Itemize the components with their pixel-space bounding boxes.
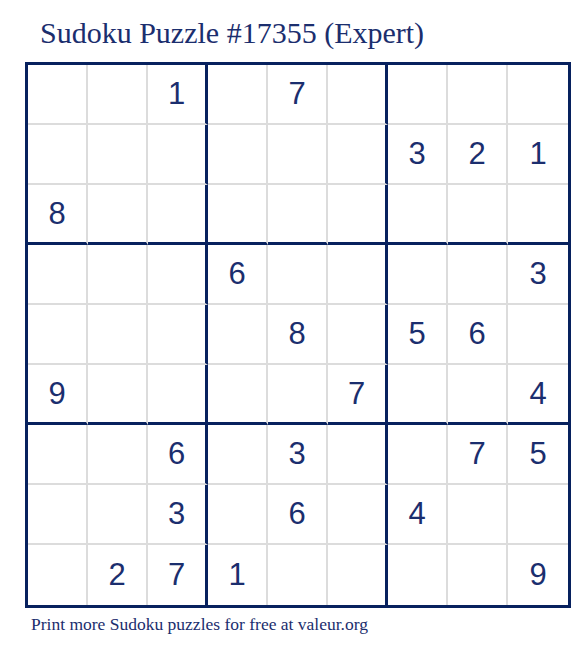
sudoku-cell: [88, 185, 148, 245]
sudoku-cell: [508, 305, 568, 365]
sudoku-cell: [88, 485, 148, 545]
sudoku-cell: 6: [208, 245, 268, 305]
sudoku-cell: 5: [388, 305, 448, 365]
sudoku-cell: [148, 125, 208, 185]
sudoku-cell: 8: [268, 305, 328, 365]
sudoku-cell: 1: [508, 125, 568, 185]
sudoku-cell: [28, 245, 88, 305]
sudoku-cell: 6: [448, 305, 508, 365]
sudoku-cell: [328, 185, 388, 245]
sudoku-cell: [268, 245, 328, 305]
sudoku-cell: [448, 545, 508, 605]
sudoku-cell: [268, 365, 328, 425]
sudoku-cell: [88, 425, 148, 485]
sudoku-cell: 3: [508, 245, 568, 305]
sudoku-cell: [268, 125, 328, 185]
sudoku-cell: 9: [508, 545, 568, 605]
sudoku-cell: 7: [268, 65, 328, 125]
sudoku-cell: [448, 245, 508, 305]
sudoku-cell: [388, 245, 448, 305]
sudoku-cell: [208, 65, 268, 125]
sudoku-cell: [208, 365, 268, 425]
sudoku-cell: 9: [28, 365, 88, 425]
sudoku-cell: [148, 245, 208, 305]
sudoku-cell: 5: [508, 425, 568, 485]
sudoku-cell: 7: [148, 545, 208, 605]
sudoku-cell: 7: [328, 365, 388, 425]
sudoku-cell: [328, 245, 388, 305]
sudoku-cell: [28, 545, 88, 605]
puzzle-title: Sudoku Puzzle #17355 (Expert): [40, 16, 424, 49]
sudoku-cell: [388, 365, 448, 425]
sudoku-cell: [388, 65, 448, 125]
sudoku-cell: [148, 305, 208, 365]
sudoku-cell: [88, 245, 148, 305]
sudoku-cell: [388, 545, 448, 605]
sudoku-cell: [328, 65, 388, 125]
sudoku-cell: 7: [448, 425, 508, 485]
page: Sudoku Puzzle #17355 (Expert) 1732186385…: [0, 0, 580, 651]
sudoku-cell: [28, 65, 88, 125]
sudoku-cell: 3: [148, 485, 208, 545]
sudoku-cell: 6: [148, 425, 208, 485]
sudoku-cell: [208, 485, 268, 545]
sudoku-cell: 2: [88, 545, 148, 605]
sudoku-cell: [448, 485, 508, 545]
sudoku-cell: [208, 185, 268, 245]
sudoku-cell: [448, 185, 508, 245]
sudoku-cell: [508, 65, 568, 125]
sudoku-cell: [148, 185, 208, 245]
sudoku-cell: [268, 545, 328, 605]
footer-text: Print more Sudoku puzzles for free at va…: [31, 614, 368, 635]
sudoku-cell: 4: [508, 365, 568, 425]
sudoku-cell: 8: [28, 185, 88, 245]
sudoku-cell: [88, 65, 148, 125]
sudoku-cell: [328, 305, 388, 365]
sudoku-cell: [208, 125, 268, 185]
sudoku-cell: [388, 185, 448, 245]
sudoku-cell: [148, 365, 208, 425]
sudoku-cell: 3: [388, 125, 448, 185]
sudoku-cell: [328, 545, 388, 605]
sudoku-cell: [28, 485, 88, 545]
sudoku-cell: [208, 305, 268, 365]
sudoku-grid: 1732186385697463753642719: [25, 62, 571, 608]
sudoku-cell: 2: [448, 125, 508, 185]
sudoku-cell: 3: [268, 425, 328, 485]
sudoku-cell: [328, 425, 388, 485]
sudoku-cell: [328, 125, 388, 185]
sudoku-cell: [328, 485, 388, 545]
sudoku-cell: [448, 65, 508, 125]
sudoku-cell: [388, 425, 448, 485]
sudoku-cell: [88, 365, 148, 425]
sudoku-cell: [448, 365, 508, 425]
sudoku-cell: [28, 305, 88, 365]
sudoku-cell: [208, 425, 268, 485]
sudoku-cell: 6: [268, 485, 328, 545]
sudoku-cell: [268, 185, 328, 245]
sudoku-cell: [28, 125, 88, 185]
sudoku-cell: [88, 305, 148, 365]
sudoku-cell: [508, 485, 568, 545]
sudoku-cell: 4: [388, 485, 448, 545]
sudoku-cell: [88, 125, 148, 185]
sudoku-cell: 1: [148, 65, 208, 125]
sudoku-cell: [28, 425, 88, 485]
sudoku-cell: [508, 185, 568, 245]
sudoku-cell: 1: [208, 545, 268, 605]
